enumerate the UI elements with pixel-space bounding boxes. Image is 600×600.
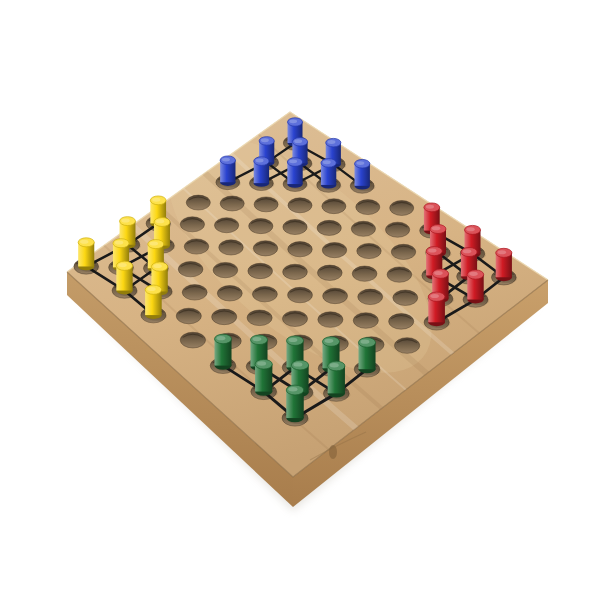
peg-top-highlight bbox=[466, 227, 474, 231]
peg-top-highlight bbox=[257, 361, 266, 365]
peg-top-highlight bbox=[469, 272, 478, 276]
peg-top-highlight bbox=[289, 159, 297, 163]
peg-top-highlight bbox=[361, 340, 370, 344]
peg-top-highlight bbox=[121, 218, 129, 222]
peg-top-highlight bbox=[261, 138, 269, 142]
peg-top-highlight bbox=[428, 248, 436, 252]
chinese-checkers-board-photo bbox=[0, 0, 600, 600]
peg-top-highlight bbox=[80, 240, 88, 244]
peg-top-highlight bbox=[293, 362, 302, 366]
peg-top-highlight bbox=[328, 140, 336, 144]
peg-top-highlight bbox=[330, 363, 339, 367]
peg-top-highlight bbox=[115, 241, 123, 245]
peg-top-highlight bbox=[222, 158, 230, 162]
wood-knot bbox=[329, 445, 337, 459]
peg-top-highlight bbox=[152, 198, 160, 202]
product-photo-chinese-checkers bbox=[0, 0, 600, 600]
peg-top-highlight bbox=[463, 249, 471, 253]
peg-top-highlight bbox=[434, 271, 443, 275]
peg-top-highlight bbox=[256, 159, 264, 163]
peg-top-highlight bbox=[289, 119, 297, 123]
peg-top-highlight bbox=[253, 337, 262, 341]
peg-top-highlight bbox=[147, 287, 156, 291]
peg-top-highlight bbox=[498, 250, 506, 254]
peg-top-highlight bbox=[432, 226, 440, 230]
peg-top-highlight bbox=[217, 336, 226, 340]
peg-top-highlight bbox=[426, 205, 434, 209]
peg-top-highlight bbox=[289, 338, 298, 342]
peg-top-highlight bbox=[325, 339, 334, 343]
peg-top-highlight bbox=[356, 161, 364, 165]
peg-top-highlight bbox=[153, 264, 162, 268]
peg-top-highlight bbox=[430, 294, 439, 298]
peg-top-highlight bbox=[323, 160, 331, 164]
peg-top-highlight bbox=[294, 139, 302, 143]
peg-top-highlight bbox=[156, 219, 164, 223]
peg-top-highlight bbox=[118, 263, 126, 267]
peg-top-highlight bbox=[288, 387, 297, 391]
peg-top-highlight bbox=[150, 241, 158, 245]
